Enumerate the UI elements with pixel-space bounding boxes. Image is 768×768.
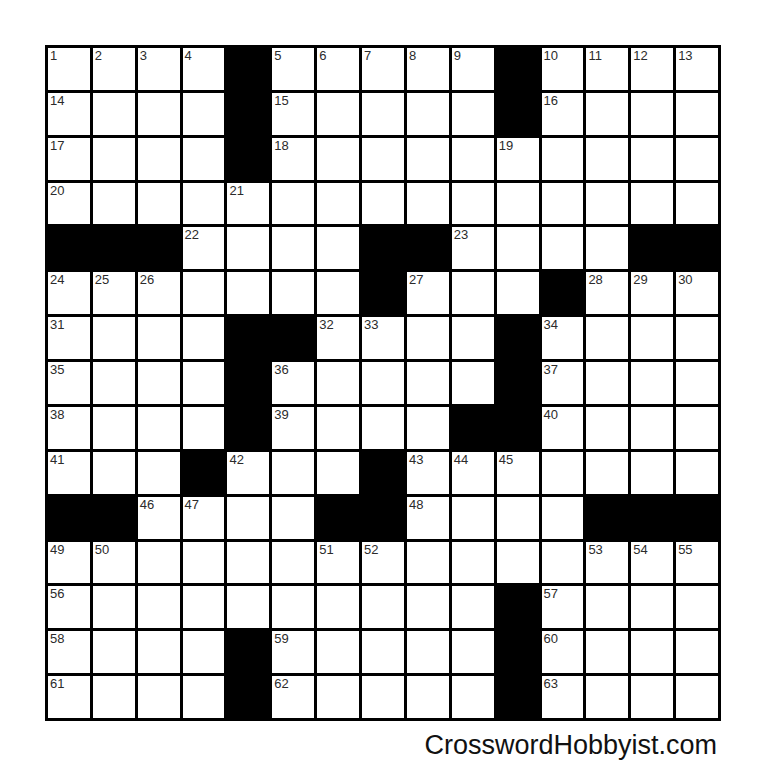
black-cell — [362, 227, 404, 269]
clue-number: 12 — [633, 48, 647, 63]
black-cell — [497, 586, 539, 628]
clue-number: 51 — [319, 542, 333, 557]
grid-cell[interactable] — [317, 631, 359, 673]
black-cell — [48, 227, 90, 269]
clue-number: 37 — [544, 362, 558, 377]
grid-cell[interactable] — [317, 407, 359, 449]
grid-cell[interactable] — [407, 317, 449, 359]
grid-cell[interactable] — [317, 452, 359, 494]
grid-cell[interactable]: 61 — [48, 676, 90, 718]
clue-number: 48 — [409, 497, 423, 512]
grid-cell[interactable] — [272, 497, 314, 539]
clue-number: 45 — [499, 452, 513, 467]
grid-cell[interactable] — [362, 183, 404, 225]
grid-cell[interactable]: 9 — [452, 48, 494, 90]
clue-number: 63 — [544, 676, 558, 691]
clue-number: 17 — [50, 138, 64, 153]
grid-cell[interactable] — [586, 407, 628, 449]
clue-number: 57 — [544, 586, 558, 601]
grid-cell[interactable] — [452, 272, 494, 314]
clue-number: 28 — [588, 272, 602, 287]
clue-number: 49 — [50, 542, 64, 557]
clue-number: 36 — [274, 362, 288, 377]
grid-cell[interactable] — [631, 183, 673, 225]
grid-cell[interactable]: 3 — [138, 48, 180, 90]
grid-cell[interactable] — [407, 362, 449, 404]
clue-number: 55 — [678, 542, 692, 557]
grid-cell[interactable] — [676, 362, 718, 404]
grid-cell[interactable] — [138, 407, 180, 449]
grid-cell[interactable] — [452, 317, 494, 359]
grid-cell[interactable]: 7 — [362, 48, 404, 90]
clue-number: 58 — [50, 631, 64, 646]
grid-cell[interactable] — [272, 586, 314, 628]
clue-number: 16 — [544, 93, 558, 108]
grid-cell[interactable]: 44 — [452, 452, 494, 494]
grid-cell[interactable] — [407, 586, 449, 628]
grid-cell[interactable]: 29 — [631, 272, 673, 314]
grid-cell[interactable]: 35 — [48, 362, 90, 404]
clue-number: 20 — [50, 183, 64, 198]
clue-number: 24 — [50, 272, 64, 287]
clue-number: 29 — [633, 272, 647, 287]
clue-number: 9 — [454, 48, 461, 63]
grid-cell[interactable]: 18 — [272, 138, 314, 180]
clue-number: 5 — [274, 48, 281, 63]
clue-number: 31 — [50, 317, 64, 332]
grid-cell[interactable] — [183, 317, 225, 359]
clue-number: 33 — [364, 317, 378, 332]
grid-cell[interactable]: 21 — [227, 183, 269, 225]
grid-cell[interactable] — [272, 227, 314, 269]
grid-cell[interactable] — [362, 138, 404, 180]
grid-cell[interactable] — [183, 586, 225, 628]
black-cell — [497, 48, 539, 90]
grid-cell[interactable]: 60 — [542, 631, 584, 673]
grid-cell[interactable] — [586, 317, 628, 359]
grid-cell[interactable] — [317, 586, 359, 628]
grid-cell[interactable]: 34 — [542, 317, 584, 359]
grid-cell[interactable]: 17 — [48, 138, 90, 180]
grid-cell[interactable]: 58 — [48, 631, 90, 673]
grid-cell[interactable] — [362, 93, 404, 135]
grid-cell[interactable] — [676, 317, 718, 359]
black-cell — [317, 497, 359, 539]
clue-number: 43 — [409, 452, 423, 467]
grid-cell[interactable]: 50 — [93, 542, 135, 584]
site-brand: CrosswordHobbyist.com — [424, 729, 717, 761]
grid-cell[interactable]: 39 — [272, 407, 314, 449]
grid-cell[interactable] — [317, 227, 359, 269]
grid-cell[interactable] — [93, 676, 135, 718]
clue-number: 56 — [50, 586, 64, 601]
grid-cell[interactable] — [407, 93, 449, 135]
grid-cell[interactable] — [138, 138, 180, 180]
grid-cell[interactable]: 10 — [542, 48, 584, 90]
grid-cell[interactable]: 6 — [317, 48, 359, 90]
grid-cell[interactable] — [183, 542, 225, 584]
grid-cell[interactable] — [676, 676, 718, 718]
grid-cell[interactable] — [138, 317, 180, 359]
clue-number: 19 — [499, 138, 513, 153]
clue-number: 47 — [185, 497, 199, 512]
grid-cell[interactable]: 47 — [183, 497, 225, 539]
grid-cell[interactable] — [586, 452, 628, 494]
grid-cell[interactable] — [542, 183, 584, 225]
crossword-grid: 1234567891011121314151617181920212223242… — [45, 45, 721, 721]
grid-cell[interactable]: 62 — [272, 676, 314, 718]
clue-number: 40 — [544, 407, 558, 422]
grid-cell[interactable]: 38 — [48, 407, 90, 449]
grid-cell[interactable] — [586, 138, 628, 180]
grid-cell[interactable] — [452, 676, 494, 718]
grid-cell[interactable]: 45 — [497, 452, 539, 494]
grid-cell[interactable] — [586, 362, 628, 404]
black-cell — [227, 138, 269, 180]
grid-cell[interactable] — [362, 362, 404, 404]
clue-number: 32 — [319, 317, 333, 332]
grid-cell[interactable] — [272, 542, 314, 584]
grid-cell[interactable] — [497, 183, 539, 225]
grid-cell[interactable] — [586, 631, 628, 673]
grid-cell[interactable]: 49 — [48, 542, 90, 584]
grid-cell[interactable]: 16 — [542, 93, 584, 135]
grid-cell[interactable] — [407, 542, 449, 584]
grid-cell[interactable]: 53 — [586, 542, 628, 584]
grid-cell[interactable] — [407, 138, 449, 180]
black-cell — [676, 227, 718, 269]
clue-number: 60 — [544, 631, 558, 646]
grid-cell[interactable] — [93, 183, 135, 225]
grid-cell[interactable]: 31 — [48, 317, 90, 359]
clue-number: 30 — [678, 272, 692, 287]
grid-cell[interactable] — [138, 631, 180, 673]
grid-cell[interactable]: 27 — [407, 272, 449, 314]
clue-number: 26 — [140, 272, 154, 287]
black-cell — [497, 362, 539, 404]
grid-cell[interactable] — [542, 138, 584, 180]
grid-cell[interactable]: 46 — [138, 497, 180, 539]
clue-number: 18 — [274, 138, 288, 153]
clue-number: 15 — [274, 93, 288, 108]
grid-cell[interactable] — [138, 362, 180, 404]
grid-cell[interactable] — [362, 407, 404, 449]
grid-cell[interactable]: 63 — [542, 676, 584, 718]
clue-number: 54 — [633, 542, 647, 557]
grid-cell[interactable]: 42 — [227, 452, 269, 494]
grid-cell[interactable]: 2 — [93, 48, 135, 90]
grid-cell[interactable] — [542, 452, 584, 494]
clue-number: 22 — [185, 227, 199, 242]
grid-cell[interactable]: 11 — [586, 48, 628, 90]
clue-number: 27 — [409, 272, 423, 287]
black-cell — [183, 452, 225, 494]
grid-cell[interactable] — [631, 138, 673, 180]
clue-number: 2 — [95, 48, 102, 63]
clue-number: 62 — [274, 676, 288, 691]
grid-cell[interactable]: 25 — [93, 272, 135, 314]
clue-number: 10 — [544, 48, 558, 63]
grid-cell[interactable]: 1 — [48, 48, 90, 90]
grid-cell[interactable] — [452, 586, 494, 628]
grid-cell[interactable] — [227, 497, 269, 539]
grid-cell[interactable]: 57 — [542, 586, 584, 628]
black-cell — [631, 497, 673, 539]
grid-cell[interactable] — [317, 138, 359, 180]
grid-cell[interactable] — [93, 93, 135, 135]
black-cell — [362, 497, 404, 539]
clue-number: 23 — [454, 227, 468, 242]
grid-cell[interactable] — [183, 272, 225, 314]
grid-cell[interactable]: 30 — [676, 272, 718, 314]
clue-number: 7 — [364, 48, 371, 63]
black-cell — [227, 317, 269, 359]
grid-cell[interactable]: 59 — [272, 631, 314, 673]
grid-cell[interactable]: 5 — [272, 48, 314, 90]
grid-cell[interactable] — [407, 631, 449, 673]
grid-cell[interactable]: 28 — [586, 272, 628, 314]
grid-cell[interactable] — [183, 676, 225, 718]
clue-number: 1 — [50, 48, 57, 63]
grid-cell[interactable] — [317, 93, 359, 135]
clue-number: 46 — [140, 497, 154, 512]
clue-number: 42 — [229, 452, 243, 467]
black-cell — [227, 48, 269, 90]
grid-cell[interactable] — [317, 676, 359, 718]
grid-cell[interactable] — [586, 93, 628, 135]
grid-cell[interactable] — [676, 93, 718, 135]
clue-number: 14 — [50, 93, 64, 108]
black-cell — [497, 317, 539, 359]
grid-cell[interactable] — [631, 407, 673, 449]
clue-number: 21 — [229, 183, 243, 198]
grid-cell[interactable]: 56 — [48, 586, 90, 628]
black-cell — [631, 227, 673, 269]
grid-cell[interactable] — [138, 452, 180, 494]
grid-cell[interactable] — [272, 272, 314, 314]
black-cell — [497, 631, 539, 673]
grid-cell[interactable]: 48 — [407, 497, 449, 539]
grid-cell[interactable] — [93, 138, 135, 180]
grid-cell[interactable]: 40 — [542, 407, 584, 449]
grid-cell[interactable] — [452, 542, 494, 584]
clue-number: 38 — [50, 407, 64, 422]
grid-cell[interactable] — [138, 93, 180, 135]
grid-cell[interactable] — [407, 183, 449, 225]
grid-cell[interactable] — [631, 586, 673, 628]
grid-cell[interactable]: 32 — [317, 317, 359, 359]
clue-number: 39 — [274, 407, 288, 422]
black-cell — [272, 317, 314, 359]
grid-cell[interactable] — [93, 586, 135, 628]
grid-cell[interactable] — [272, 452, 314, 494]
clue-number: 41 — [50, 452, 64, 467]
grid-cell[interactable] — [362, 586, 404, 628]
grid-cell[interactable]: 19 — [497, 138, 539, 180]
black-cell — [407, 227, 449, 269]
grid-cell[interactable] — [452, 631, 494, 673]
grid-cell[interactable]: 20 — [48, 183, 90, 225]
black-cell — [48, 497, 90, 539]
grid-cell[interactable] — [586, 183, 628, 225]
grid-cell[interactable] — [676, 183, 718, 225]
grid-cell[interactable]: 13 — [676, 48, 718, 90]
black-cell — [227, 93, 269, 135]
grid-cell[interactable] — [452, 138, 494, 180]
grid-cell[interactable] — [452, 362, 494, 404]
grid-cell[interactable] — [93, 452, 135, 494]
grid-cell[interactable] — [542, 497, 584, 539]
grid-cell[interactable]: 4 — [183, 48, 225, 90]
black-cell — [542, 272, 584, 314]
grid-cell[interactable] — [183, 93, 225, 135]
black-cell — [362, 272, 404, 314]
grid-cell[interactable] — [631, 452, 673, 494]
black-cell — [93, 227, 135, 269]
grid-cell[interactable]: 14 — [48, 93, 90, 135]
grid-cell[interactable] — [227, 272, 269, 314]
grid-cell[interactable]: 26 — [138, 272, 180, 314]
grid-cell[interactable] — [93, 362, 135, 404]
clue-number: 3 — [140, 48, 147, 63]
grid-cell[interactable] — [676, 452, 718, 494]
grid-cell[interactable] — [631, 631, 673, 673]
clue-number: 52 — [364, 542, 378, 557]
grid-cell[interactable] — [631, 93, 673, 135]
grid-cell[interactable] — [676, 631, 718, 673]
grid-cell[interactable] — [631, 362, 673, 404]
clue-number: 4 — [185, 48, 192, 63]
grid-cell[interactable] — [93, 407, 135, 449]
grid-cell[interactable] — [93, 317, 135, 359]
black-cell — [497, 93, 539, 135]
grid-cell[interactable] — [497, 497, 539, 539]
grid-cell[interactable]: 41 — [48, 452, 90, 494]
grid-cell[interactable] — [452, 497, 494, 539]
grid-cell[interactable] — [93, 631, 135, 673]
clue-number: 35 — [50, 362, 64, 377]
grid-cell[interactable]: 51 — [317, 542, 359, 584]
grid-cell[interactable] — [676, 138, 718, 180]
grid-cell[interactable] — [542, 542, 584, 584]
grid-cell[interactable] — [586, 586, 628, 628]
grid-cell[interactable] — [362, 631, 404, 673]
grid-cell[interactable] — [452, 183, 494, 225]
grid-cell[interactable] — [317, 183, 359, 225]
black-cell — [227, 407, 269, 449]
grid-cell[interactable] — [183, 362, 225, 404]
black-cell — [227, 631, 269, 673]
black-cell — [138, 227, 180, 269]
grid-cell[interactable] — [586, 227, 628, 269]
grid-cell[interactable]: 22 — [183, 227, 225, 269]
clue-number: 34 — [544, 317, 558, 332]
grid-cell[interactable] — [138, 183, 180, 225]
black-cell — [586, 497, 628, 539]
clue-number: 25 — [95, 272, 109, 287]
grid-cell[interactable]: 15 — [272, 93, 314, 135]
black-cell — [452, 407, 494, 449]
clue-number: 44 — [454, 452, 468, 467]
grid-cell[interactable] — [676, 586, 718, 628]
black-cell — [227, 362, 269, 404]
grid-cell[interactable] — [317, 272, 359, 314]
grid-cell[interactable] — [631, 676, 673, 718]
grid-cell[interactable] — [542, 227, 584, 269]
grid-cell[interactable]: 23 — [452, 227, 494, 269]
clue-number: 50 — [95, 542, 109, 557]
clue-number: 61 — [50, 676, 64, 691]
black-cell — [362, 452, 404, 494]
grid-cell[interactable] — [407, 676, 449, 718]
grid-cell[interactable]: 37 — [542, 362, 584, 404]
clue-number: 13 — [678, 48, 692, 63]
grid-cell[interactable] — [227, 542, 269, 584]
grid-cell[interactable]: 54 — [631, 542, 673, 584]
grid-cell[interactable] — [183, 407, 225, 449]
grid-cell[interactable] — [497, 272, 539, 314]
grid-cell[interactable] — [497, 227, 539, 269]
grid-cell[interactable] — [317, 362, 359, 404]
grid-cell[interactable] — [586, 676, 628, 718]
grid-cell[interactable]: 33 — [362, 317, 404, 359]
grid-cell[interactable] — [138, 542, 180, 584]
grid-cell[interactable] — [183, 138, 225, 180]
grid-cell[interactable] — [183, 183, 225, 225]
grid-cell[interactable]: 8 — [407, 48, 449, 90]
clue-number: 6 — [319, 48, 326, 63]
grid-cell[interactable] — [138, 676, 180, 718]
grid-cell[interactable] — [183, 631, 225, 673]
black-cell — [497, 676, 539, 718]
clue-number: 59 — [274, 631, 288, 646]
grid-cell[interactable]: 24 — [48, 272, 90, 314]
grid-cell[interactable]: 52 — [362, 542, 404, 584]
grid-cell[interactable] — [227, 227, 269, 269]
black-cell — [93, 497, 135, 539]
grid-cell[interactable] — [138, 586, 180, 628]
grid-cell[interactable]: 55 — [676, 542, 718, 584]
black-cell — [676, 497, 718, 539]
grid-cell[interactable]: 36 — [272, 362, 314, 404]
grid-cell[interactable] — [272, 183, 314, 225]
clue-number: 53 — [588, 542, 602, 557]
clue-number: 8 — [409, 48, 416, 63]
grid-cell[interactable] — [362, 676, 404, 718]
grid-cell[interactable]: 43 — [407, 452, 449, 494]
black-cell — [227, 676, 269, 718]
black-cell — [497, 407, 539, 449]
grid-cell[interactable] — [227, 586, 269, 628]
clue-number: 11 — [588, 48, 602, 63]
grid-cell[interactable] — [497, 542, 539, 584]
grid-cell[interactable] — [407, 407, 449, 449]
grid-cell[interactable]: 12 — [631, 48, 673, 90]
grid-cell[interactable] — [676, 407, 718, 449]
grid-cell[interactable] — [452, 93, 494, 135]
grid-cell[interactable] — [631, 317, 673, 359]
